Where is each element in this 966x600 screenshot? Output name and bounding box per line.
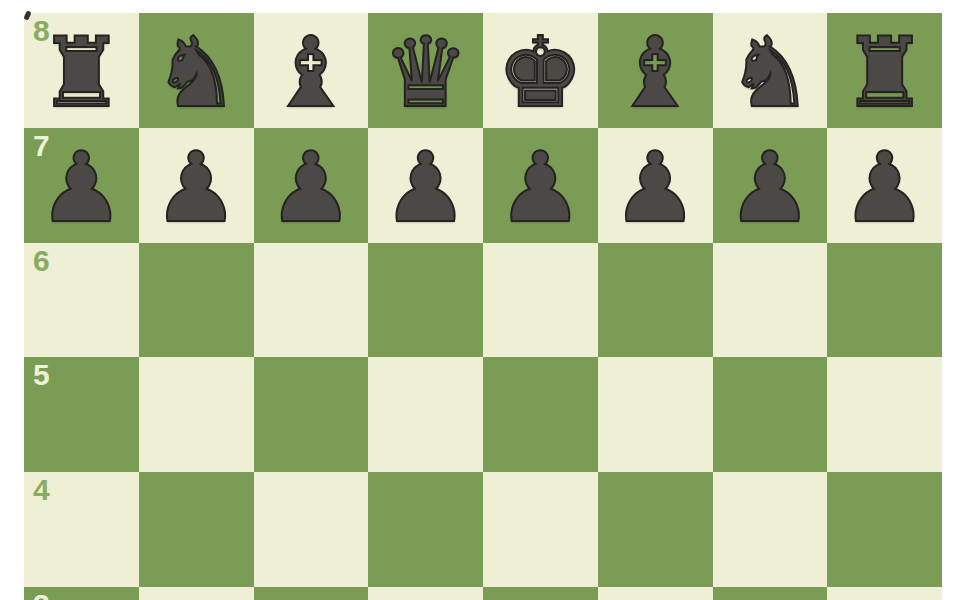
square-a4[interactable]: 4	[24, 472, 139, 587]
square-h6[interactable]	[827, 243, 942, 358]
square-f7[interactable]: ♟	[598, 128, 713, 243]
square-g7[interactable]: ♟	[713, 128, 828, 243]
square-b3[interactable]	[139, 587, 254, 600]
square-d6[interactable]	[368, 243, 483, 358]
square-d8[interactable]: ♛	[368, 13, 483, 128]
square-f5[interactable]	[598, 357, 713, 472]
square-a6[interactable]: 6	[24, 243, 139, 358]
rank-label-3: 3	[33, 589, 50, 600]
square-c6[interactable]	[254, 243, 369, 358]
piece-black-pawn: ♟	[497, 139, 584, 236]
square-b6[interactable]	[139, 243, 254, 358]
square-g4[interactable]	[713, 472, 828, 587]
piece-black-rook: ♜	[841, 24, 928, 121]
piece-black-queen: ♛	[382, 24, 469, 121]
square-h4[interactable]	[827, 472, 942, 587]
piece-black-rook: ♜	[38, 24, 125, 121]
rank-label-5: 5	[33, 359, 50, 391]
piece-black-pawn: ♟	[267, 139, 354, 236]
square-f4[interactable]	[598, 472, 713, 587]
square-g8[interactable]: ♞	[713, 13, 828, 128]
piece-black-pawn: ♟	[726, 139, 813, 236]
square-e4[interactable]	[483, 472, 598, 587]
square-e5[interactable]	[483, 357, 598, 472]
square-h7[interactable]: ♟	[827, 128, 942, 243]
piece-black-bishop: ♝	[267, 24, 354, 121]
square-b4[interactable]	[139, 472, 254, 587]
square-d7[interactable]: ♟	[368, 128, 483, 243]
square-d3[interactable]	[368, 587, 483, 600]
piece-black-pawn: ♟	[382, 139, 469, 236]
square-b7[interactable]: ♟	[139, 128, 254, 243]
square-g3[interactable]	[713, 587, 828, 600]
piece-black-pawn: ♟	[153, 139, 240, 236]
square-c5[interactable]	[254, 357, 369, 472]
square-c7[interactable]: ♟	[254, 128, 369, 243]
piece-black-king: ♚	[497, 24, 584, 121]
piece-black-pawn: ♟	[612, 139, 699, 236]
square-e3[interactable]	[483, 587, 598, 600]
square-b8[interactable]: ♞	[139, 13, 254, 128]
square-a3[interactable]: 3	[24, 587, 139, 600]
piece-black-knight: ♞	[726, 24, 813, 121]
square-f8[interactable]: ♝	[598, 13, 713, 128]
square-a8[interactable]: 8♜	[24, 13, 139, 128]
rank-label-4: 4	[33, 474, 50, 506]
square-g5[interactable]	[713, 357, 828, 472]
square-d5[interactable]	[368, 357, 483, 472]
square-f6[interactable]	[598, 243, 713, 358]
square-e6[interactable]	[483, 243, 598, 358]
square-d4[interactable]	[368, 472, 483, 587]
piece-black-knight: ♞	[153, 24, 240, 121]
square-c3[interactable]	[254, 587, 369, 600]
square-h8[interactable]: ♜	[827, 13, 942, 128]
square-c8[interactable]: ♝	[254, 13, 369, 128]
square-a5[interactable]: 5	[24, 357, 139, 472]
piece-black-bishop: ♝	[612, 24, 699, 121]
chess-board: 8♜♞♝♛♚♝♞♜7♟♟♟♟♟♟♟♟654321	[24, 13, 942, 600]
screenshot-root: 8♜♞♝♛♚♝♞♜7♟♟♟♟♟♟♟♟654321	[0, 0, 966, 600]
square-c4[interactable]	[254, 472, 369, 587]
piece-black-pawn: ♟	[841, 139, 928, 236]
square-f3[interactable]	[598, 587, 713, 600]
square-g6[interactable]	[713, 243, 828, 358]
square-h5[interactable]	[827, 357, 942, 472]
square-e8[interactable]: ♚	[483, 13, 598, 128]
piece-black-pawn: ♟	[38, 139, 125, 236]
square-a7[interactable]: 7♟	[24, 128, 139, 243]
square-b5[interactable]	[139, 357, 254, 472]
square-e7[interactable]: ♟	[483, 128, 598, 243]
square-h3[interactable]	[827, 587, 942, 600]
rank-label-6: 6	[33, 245, 50, 277]
